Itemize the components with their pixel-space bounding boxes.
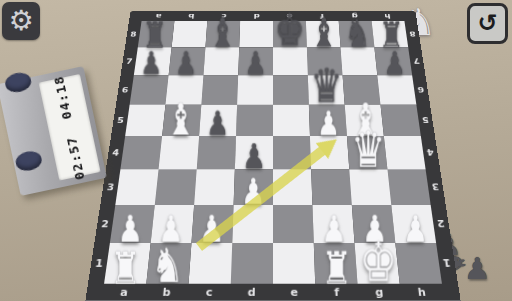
square-f3[interactable] (311, 169, 352, 205)
square-h2[interactable]: ♟ (391, 205, 436, 243)
black-queen-f6[interactable]: ♛ (311, 65, 343, 109)
file-label-f: f (315, 284, 358, 300)
square-h7[interactable]: ♟ (374, 47, 412, 75)
black-pawn-b7[interactable]: ♟ (175, 50, 197, 80)
file-label-top-e: e (273, 11, 306, 21)
file-label-top-c: c (207, 11, 240, 21)
square-a4[interactable] (120, 136, 162, 169)
table-surface: ⚙ ↺ ♜♝♚♝♞♜♟♟♟♟♛♝♟♟♝♟♛♟♟♟♟♟♟♟♜♞♜♚ abcdefg… (0, 0, 512, 301)
square-g3[interactable] (349, 169, 391, 205)
square-h3[interactable] (387, 169, 430, 205)
white-rook-a1[interactable]: ♜ (110, 247, 141, 289)
square-b4[interactable] (159, 136, 200, 169)
file-label-c: c (187, 284, 230, 300)
square-h6[interactable] (377, 75, 416, 104)
square-a6[interactable] (130, 75, 169, 104)
square-c1[interactable] (189, 243, 233, 284)
clock-times: 02:57 04:18 (51, 74, 88, 181)
square-a3[interactable] (115, 169, 158, 205)
square-g1[interactable]: ♚ (355, 243, 400, 284)
square-c4[interactable] (197, 136, 236, 169)
file-label-top-f: f (306, 11, 339, 21)
square-e2[interactable] (273, 205, 314, 243)
captured-black-pawn-2: ♟ (464, 254, 491, 284)
file-label-d: d (230, 284, 273, 300)
white-king-g1[interactable]: ♚ (360, 237, 398, 289)
square-b7[interactable]: ♟ (169, 47, 206, 75)
square-a5[interactable] (125, 105, 165, 136)
square-b8[interactable] (172, 21, 208, 47)
square-b2[interactable]: ♟ (151, 205, 194, 243)
chess-board[interactable]: ♜♝♚♝♞♜♟♟♟♟♛♝♟♟♝♟♛♟♟♟♟♟♟♟♜♞♜♚ (104, 21, 442, 284)
square-b3[interactable] (155, 169, 197, 205)
square-e8[interactable]: ♚ (273, 21, 307, 47)
file-labels-bottom: abcdefgh (102, 284, 445, 300)
file-label-top-h: h (371, 11, 405, 21)
square-d5[interactable] (236, 105, 273, 136)
white-pawn-h2[interactable]: ♟ (403, 213, 428, 248)
reset-button[interactable]: ↺ (467, 3, 508, 44)
file-label-h: h (400, 284, 445, 300)
black-pawn-h7[interactable]: ♟ (384, 50, 406, 80)
square-g8[interactable]: ♞ (339, 21, 375, 47)
square-f8[interactable]: ♝ (306, 21, 341, 47)
square-d1[interactable] (231, 243, 273, 284)
square-f6[interactable]: ♛ (308, 75, 345, 104)
file-label-top-g: g (338, 11, 372, 21)
square-g7[interactable] (341, 47, 378, 75)
square-d6[interactable] (237, 75, 273, 104)
file-label-top-a: a (142, 11, 176, 21)
square-d8[interactable] (239, 21, 273, 47)
square-g4[interactable]: ♛ (347, 136, 388, 169)
chess-clock: 02:57 04:18 (0, 66, 107, 196)
square-a1[interactable]: ♜ (104, 243, 151, 284)
file-label-top-b: b (174, 11, 208, 21)
file-label-g: g (357, 284, 401, 300)
file-label-a: a (102, 284, 147, 300)
square-d7[interactable]: ♟ (238, 47, 273, 75)
black-pawn-c5[interactable]: ♟ (206, 109, 229, 141)
square-a2[interactable]: ♟ (110, 205, 155, 243)
square-b5[interactable]: ♝ (162, 105, 201, 136)
square-h4[interactable] (384, 136, 426, 169)
square-f5[interactable]: ♟ (309, 105, 347, 136)
black-pawn-a7[interactable]: ♟ (140, 50, 162, 80)
chess-board-scene: ♜♝♚♝♞♜♟♟♟♟♛♝♟♟♝♟♛♟♟♟♟♟♟♟♜♞♜♚ abcdefgh ab… (85, 11, 460, 300)
rotate-counterclockwise-icon: ↺ (477, 11, 497, 35)
white-rook-f1[interactable]: ♜ (321, 247, 352, 289)
black-pawn-d7[interactable]: ♟ (245, 50, 267, 80)
file-label-top-d: d (240, 11, 273, 21)
board-frame: ♜♝♚♝♞♜♟♟♟♟♛♝♟♟♝♟♛♟♟♟♟♟♟♟♜♞♜♚ abcdefgh ab… (84, 11, 462, 301)
square-d4[interactable]: ♟ (235, 136, 273, 169)
square-b1[interactable]: ♞ (146, 243, 191, 284)
square-e5[interactable] (273, 105, 310, 136)
square-e6[interactable] (273, 75, 309, 104)
settings-button[interactable]: ⚙ (2, 2, 40, 40)
square-a7[interactable]: ♟ (134, 47, 172, 75)
white-queen-g4[interactable]: ♛ (351, 127, 385, 174)
square-c7[interactable] (203, 47, 239, 75)
square-f1[interactable]: ♜ (314, 243, 358, 284)
white-bishop-b5[interactable]: ♝ (166, 99, 196, 141)
square-c8[interactable]: ♝ (205, 21, 240, 47)
square-h5[interactable] (381, 105, 421, 136)
square-h8[interactable]: ♜ (372, 21, 409, 47)
rank-label-right-6: 6 (412, 75, 430, 104)
square-c5[interactable]: ♟ (199, 105, 237, 136)
gear-icon: ⚙ (8, 7, 33, 35)
square-a8[interactable]: ♜ (138, 21, 175, 47)
square-h1[interactable] (395, 243, 442, 284)
square-e7[interactable] (273, 47, 308, 75)
file-label-e: e (273, 284, 316, 300)
square-c3[interactable] (194, 169, 235, 205)
square-f2[interactable]: ♟ (312, 205, 354, 243)
rank-label-right-7: 7 (408, 47, 425, 75)
square-e1[interactable] (273, 243, 315, 284)
file-label-b: b (145, 284, 189, 300)
white-knight-b1[interactable]: ♞ (151, 244, 183, 289)
square-c6[interactable] (201, 75, 238, 104)
file-labels-top: abcdefgh (142, 11, 405, 21)
